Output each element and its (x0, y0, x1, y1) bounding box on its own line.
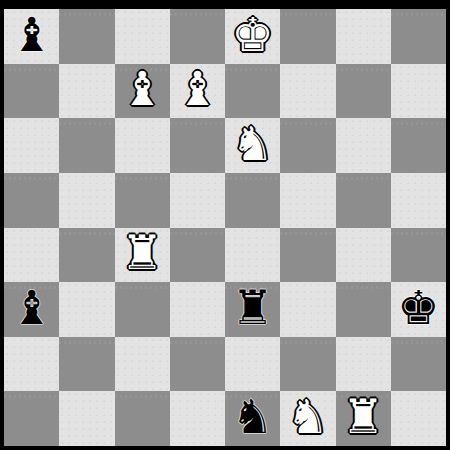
piece-black-bishop[interactable]: ♝ (11, 284, 53, 331)
chess-board-frame: ♝♚♝♝♞♜♝♜♚♞♞♜ (0, 0, 450, 450)
square-d4[interactable] (170, 228, 225, 283)
square-f7[interactable] (280, 64, 335, 119)
square-d8[interactable] (170, 9, 225, 64)
square-g1[interactable]: ♜ (336, 391, 391, 446)
square-e8[interactable]: ♚ (225, 9, 280, 64)
square-a4[interactable] (4, 228, 59, 283)
square-c7[interactable]: ♝ (115, 64, 170, 119)
square-a7[interactable] (4, 64, 59, 119)
square-e2[interactable] (225, 337, 280, 392)
piece-white-bishop[interactable]: ♝ (121, 65, 163, 112)
piece-black-knight[interactable]: ♞ (232, 393, 274, 440)
square-b4[interactable] (59, 228, 114, 283)
square-f5[interactable] (280, 173, 335, 228)
square-c5[interactable] (115, 173, 170, 228)
square-d3[interactable] (170, 282, 225, 337)
piece-white-king[interactable]: ♚ (232, 11, 274, 58)
square-h1[interactable] (391, 391, 446, 446)
square-d5[interactable] (170, 173, 225, 228)
square-f2[interactable] (280, 337, 335, 392)
piece-white-knight[interactable]: ♞ (232, 120, 274, 167)
piece-black-king[interactable]: ♚ (397, 284, 439, 331)
piece-black-bishop[interactable]: ♝ (11, 11, 53, 58)
square-e7[interactable] (225, 64, 280, 119)
square-a2[interactable] (4, 337, 59, 392)
square-h4[interactable] (391, 228, 446, 283)
square-e6[interactable]: ♞ (225, 118, 280, 173)
square-e4[interactable] (225, 228, 280, 283)
square-g3[interactable] (336, 282, 391, 337)
square-b2[interactable] (59, 337, 114, 392)
square-f1[interactable]: ♞ (280, 391, 335, 446)
piece-white-bishop[interactable]: ♝ (176, 65, 218, 112)
square-b5[interactable] (59, 173, 114, 228)
square-g4[interactable] (336, 228, 391, 283)
square-a5[interactable] (4, 173, 59, 228)
square-g7[interactable] (336, 64, 391, 119)
square-a1[interactable] (4, 391, 59, 446)
square-d6[interactable] (170, 118, 225, 173)
square-c4[interactable]: ♜ (115, 228, 170, 283)
square-h2[interactable] (391, 337, 446, 392)
piece-black-rook[interactable]: ♜ (232, 284, 274, 331)
square-h6[interactable] (391, 118, 446, 173)
square-h8[interactable] (391, 9, 446, 64)
square-f6[interactable] (280, 118, 335, 173)
square-g8[interactable] (336, 9, 391, 64)
square-b7[interactable] (59, 64, 114, 119)
square-h5[interactable] (391, 173, 446, 228)
square-c8[interactable] (115, 9, 170, 64)
chess-board: ♝♚♝♝♞♜♝♜♚♞♞♜ (4, 9, 446, 446)
square-a3[interactable]: ♝ (4, 282, 59, 337)
square-e1[interactable]: ♞ (225, 391, 280, 446)
square-c3[interactable] (115, 282, 170, 337)
square-e5[interactable] (225, 173, 280, 228)
square-g6[interactable] (336, 118, 391, 173)
square-f8[interactable] (280, 9, 335, 64)
square-d2[interactable] (170, 337, 225, 392)
square-c1[interactable] (115, 391, 170, 446)
square-e3[interactable]: ♜ (225, 282, 280, 337)
piece-white-rook[interactable]: ♜ (342, 393, 384, 440)
square-a8[interactable]: ♝ (4, 9, 59, 64)
square-g5[interactable] (336, 173, 391, 228)
piece-white-knight[interactable]: ♞ (287, 393, 329, 440)
square-h7[interactable] (391, 64, 446, 119)
square-c2[interactable] (115, 337, 170, 392)
square-f3[interactable] (280, 282, 335, 337)
square-a6[interactable] (4, 118, 59, 173)
square-d1[interactable] (170, 391, 225, 446)
square-b3[interactable] (59, 282, 114, 337)
square-f4[interactable] (280, 228, 335, 283)
square-c6[interactable] (115, 118, 170, 173)
square-h3[interactable]: ♚ (391, 282, 446, 337)
square-b1[interactable] (59, 391, 114, 446)
square-d7[interactable]: ♝ (170, 64, 225, 119)
square-b8[interactable] (59, 9, 114, 64)
square-b6[interactable] (59, 118, 114, 173)
square-g2[interactable] (336, 337, 391, 392)
piece-white-rook[interactable]: ♜ (121, 229, 163, 276)
